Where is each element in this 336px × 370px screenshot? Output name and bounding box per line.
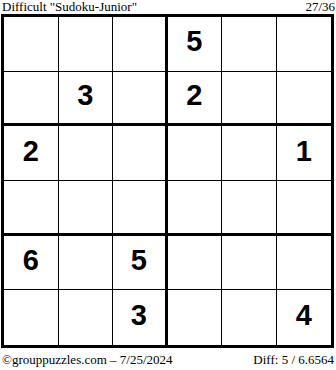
cell-r4c2[interactable] xyxy=(59,181,114,236)
cell-r3c1: 2 xyxy=(4,126,59,181)
sudoku-grid: 532216534 xyxy=(1,14,334,348)
cell-r3c2[interactable] xyxy=(59,126,114,181)
cell-r5c4[interactable] xyxy=(168,236,223,291)
cell-r1c1[interactable] xyxy=(4,17,59,72)
cell-r3c6: 1 xyxy=(277,126,332,181)
puzzle-title: Difficult "Sudoku-Junior" xyxy=(2,0,137,13)
cell-r4c1[interactable] xyxy=(4,181,59,236)
cell-r5c6[interactable] xyxy=(277,236,332,291)
progress-counter: 27/36 xyxy=(305,0,335,13)
header: Difficult "Sudoku-Junior" 27/36 xyxy=(2,0,335,13)
cell-r5c3: 5 xyxy=(113,236,168,291)
cell-r1c2[interactable] xyxy=(59,17,114,72)
cell-r2c4: 2 xyxy=(168,72,223,127)
cell-r1c5[interactable] xyxy=(222,17,277,72)
cell-r4c6[interactable] xyxy=(277,181,332,236)
cell-r3c3[interactable] xyxy=(113,126,168,181)
cell-r6c4[interactable] xyxy=(168,290,223,345)
cell-r3c4[interactable] xyxy=(168,126,223,181)
cell-r2c2: 3 xyxy=(59,72,114,127)
footer: ©grouppuzzles.com – 7/25/2024 Diff: 5 / … xyxy=(2,353,334,367)
cell-r6c5[interactable] xyxy=(222,290,277,345)
cell-r6c6: 4 xyxy=(277,290,332,345)
cell-r1c6[interactable] xyxy=(277,17,332,72)
cell-r2c3[interactable] xyxy=(113,72,168,127)
cell-r1c3[interactable] xyxy=(113,17,168,72)
cell-r2c6[interactable] xyxy=(277,72,332,127)
cell-r2c5[interactable] xyxy=(222,72,277,127)
cell-r6c2[interactable] xyxy=(59,290,114,345)
cell-r4c4[interactable] xyxy=(168,181,223,236)
difficulty-text: Diff: 5 / 6.6564 xyxy=(253,353,334,367)
cell-r6c3: 3 xyxy=(113,290,168,345)
cell-r3c5[interactable] xyxy=(222,126,277,181)
cell-r5c5[interactable] xyxy=(222,236,277,291)
cell-r1c4: 5 xyxy=(168,17,223,72)
cell-r6c1[interactable] xyxy=(4,290,59,345)
cell-r2c1[interactable] xyxy=(4,72,59,127)
copyright-text: ©grouppuzzles.com – 7/25/2024 xyxy=(2,353,173,367)
cell-r5c2[interactable] xyxy=(59,236,114,291)
cell-r4c5[interactable] xyxy=(222,181,277,236)
cell-r5c1: 6 xyxy=(4,236,59,291)
cell-r4c3[interactable] xyxy=(113,181,168,236)
